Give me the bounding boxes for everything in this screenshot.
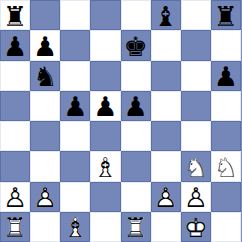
square-d1[interactable] <box>90 212 120 242</box>
piece-white-king-g1[interactable]: ♚♔ <box>181 212 211 242</box>
square-b1[interactable] <box>30 212 60 242</box>
square-c5[interactable]: ♟ <box>60 91 90 121</box>
black-rook-glyph: ♜ <box>211 1 241 30</box>
square-e3[interactable] <box>121 151 151 181</box>
square-c1[interactable]: ♝♗ <box>60 212 90 242</box>
black-king-glyph: ♚ <box>121 31 151 60</box>
black-bishop-glyph: ♝ <box>151 1 181 30</box>
square-e2[interactable] <box>121 182 151 212</box>
piece-white-pawn-b2[interactable]: ♟♙ <box>30 182 60 212</box>
square-f2[interactable]: ♟♙ <box>151 182 181 212</box>
square-g1[interactable]: ♚♔ <box>181 212 211 242</box>
square-g5[interactable] <box>181 91 211 121</box>
square-f8[interactable]: ♝ <box>151 0 181 30</box>
square-b4[interactable] <box>30 121 60 151</box>
piece-black-rook-a8[interactable]: ♜ <box>0 0 30 30</box>
piece-black-pawn-a7[interactable]: ♟ <box>0 30 30 60</box>
square-f6[interactable] <box>151 61 181 91</box>
square-d3[interactable]: ♝♗ <box>90 151 120 181</box>
piece-white-pawn-a2[interactable]: ♟♙ <box>0 182 30 212</box>
black-pawn-glyph: ♟ <box>121 92 151 121</box>
square-a3[interactable] <box>0 151 30 181</box>
square-h3[interactable]: ♞♘ <box>211 151 241 181</box>
square-c2[interactable] <box>60 182 90 212</box>
square-d8[interactable] <box>90 0 120 30</box>
square-b5[interactable] <box>30 91 60 121</box>
square-b2[interactable]: ♟♙ <box>30 182 60 212</box>
piece-white-rook-e1[interactable]: ♜♖ <box>121 212 151 242</box>
white-pawn-outline-glyph: ♙ <box>181 183 211 212</box>
piece-white-bishop-d3[interactable]: ♝♗ <box>90 151 120 181</box>
square-a7[interactable]: ♟ <box>0 30 30 60</box>
piece-white-knight-h3[interactable]: ♞♘ <box>211 151 241 181</box>
square-e1[interactable]: ♜♖ <box>121 212 151 242</box>
black-pawn-glyph: ♟ <box>30 31 60 60</box>
square-e8[interactable] <box>121 0 151 30</box>
square-g6[interactable] <box>181 61 211 91</box>
square-b6[interactable]: ♞ <box>30 61 60 91</box>
square-c8[interactable] <box>60 0 90 30</box>
piece-black-pawn-h6[interactable]: ♟ <box>211 61 241 91</box>
black-pawn-glyph: ♟ <box>0 31 30 60</box>
square-h7[interactable] <box>211 30 241 60</box>
piece-black-pawn-b7[interactable]: ♟ <box>30 30 60 60</box>
square-a8[interactable]: ♜ <box>0 0 30 30</box>
square-a5[interactable] <box>0 91 30 121</box>
square-d4[interactable] <box>90 121 120 151</box>
square-e7[interactable]: ♚ <box>121 30 151 60</box>
white-knight-outline-glyph: ♘ <box>181 152 211 181</box>
square-f7[interactable] <box>151 30 181 60</box>
piece-black-pawn-d5[interactable]: ♟ <box>90 91 120 121</box>
black-pawn-glyph: ♟ <box>90 92 120 121</box>
chess-board: ♜♝♜♟♟♚♞♟♟♟♟♝♗♞♘♞♘♟♙♟♙♟♙♟♙♜♖♝♗♜♖♚♔ <box>0 0 242 242</box>
square-c3[interactable] <box>60 151 90 181</box>
square-b3[interactable] <box>30 151 60 181</box>
square-b7[interactable]: ♟ <box>30 30 60 60</box>
piece-black-pawn-e5[interactable]: ♟ <box>121 91 151 121</box>
square-a4[interactable] <box>0 121 30 151</box>
piece-black-rook-h8[interactable]: ♜ <box>211 0 241 30</box>
black-pawn-glyph: ♟ <box>211 62 241 91</box>
square-d7[interactable] <box>90 30 120 60</box>
black-knight-glyph: ♞ <box>30 62 60 91</box>
square-g7[interactable] <box>181 30 211 60</box>
black-rook-glyph: ♜ <box>0 1 30 30</box>
square-h1[interactable] <box>211 212 241 242</box>
square-h6[interactable]: ♟ <box>211 61 241 91</box>
white-pawn-outline-glyph: ♙ <box>30 183 60 212</box>
white-bishop-outline-glyph: ♗ <box>90 152 120 181</box>
square-h5[interactable] <box>211 91 241 121</box>
square-d6[interactable] <box>90 61 120 91</box>
square-g8[interactable] <box>181 0 211 30</box>
piece-black-king-e7[interactable]: ♚ <box>121 30 151 60</box>
square-a1[interactable]: ♜♖ <box>0 212 30 242</box>
square-f1[interactable] <box>151 212 181 242</box>
piece-white-knight-g3[interactable]: ♞♘ <box>181 151 211 181</box>
white-king-outline-glyph: ♔ <box>181 213 211 242</box>
square-h2[interactable] <box>211 182 241 212</box>
white-bishop-outline-glyph: ♗ <box>60 213 90 242</box>
piece-white-bishop-c1[interactable]: ♝♗ <box>60 212 90 242</box>
square-a6[interactable] <box>0 61 30 91</box>
white-pawn-outline-glyph: ♙ <box>0 183 30 212</box>
white-pawn-outline-glyph: ♙ <box>151 183 181 212</box>
square-e4[interactable] <box>121 121 151 151</box>
square-d2[interactable] <box>90 182 120 212</box>
square-e6[interactable] <box>121 61 151 91</box>
square-d5[interactable]: ♟ <box>90 91 120 121</box>
square-e5[interactable]: ♟ <box>121 91 151 121</box>
piece-white-rook-a1[interactable]: ♜♖ <box>0 212 30 242</box>
square-c4[interactable] <box>60 121 90 151</box>
square-c6[interactable] <box>60 61 90 91</box>
black-pawn-glyph: ♟ <box>60 92 90 121</box>
square-a2[interactable]: ♟♙ <box>0 182 30 212</box>
square-f4[interactable] <box>151 121 181 151</box>
square-b8[interactable] <box>30 0 60 30</box>
square-c7[interactable] <box>60 30 90 60</box>
white-knight-outline-glyph: ♘ <box>211 152 241 181</box>
piece-white-pawn-f2[interactable]: ♟♙ <box>151 182 181 212</box>
square-h4[interactable] <box>211 121 241 151</box>
square-f3[interactable] <box>151 151 181 181</box>
piece-black-bishop-f8[interactable]: ♝ <box>151 0 181 30</box>
square-g3[interactable]: ♞♘ <box>181 151 211 181</box>
square-g2[interactable]: ♟♙ <box>181 182 211 212</box>
square-g4[interactable] <box>181 121 211 151</box>
piece-black-pawn-c5[interactable]: ♟ <box>60 91 90 121</box>
square-h8[interactable]: ♜ <box>211 0 241 30</box>
piece-black-knight-b6[interactable]: ♞ <box>30 61 60 91</box>
white-rook-outline-glyph: ♖ <box>121 213 151 242</box>
white-rook-outline-glyph: ♖ <box>0 213 30 242</box>
square-f5[interactable] <box>151 91 181 121</box>
piece-white-pawn-g2[interactable]: ♟♙ <box>181 182 211 212</box>
